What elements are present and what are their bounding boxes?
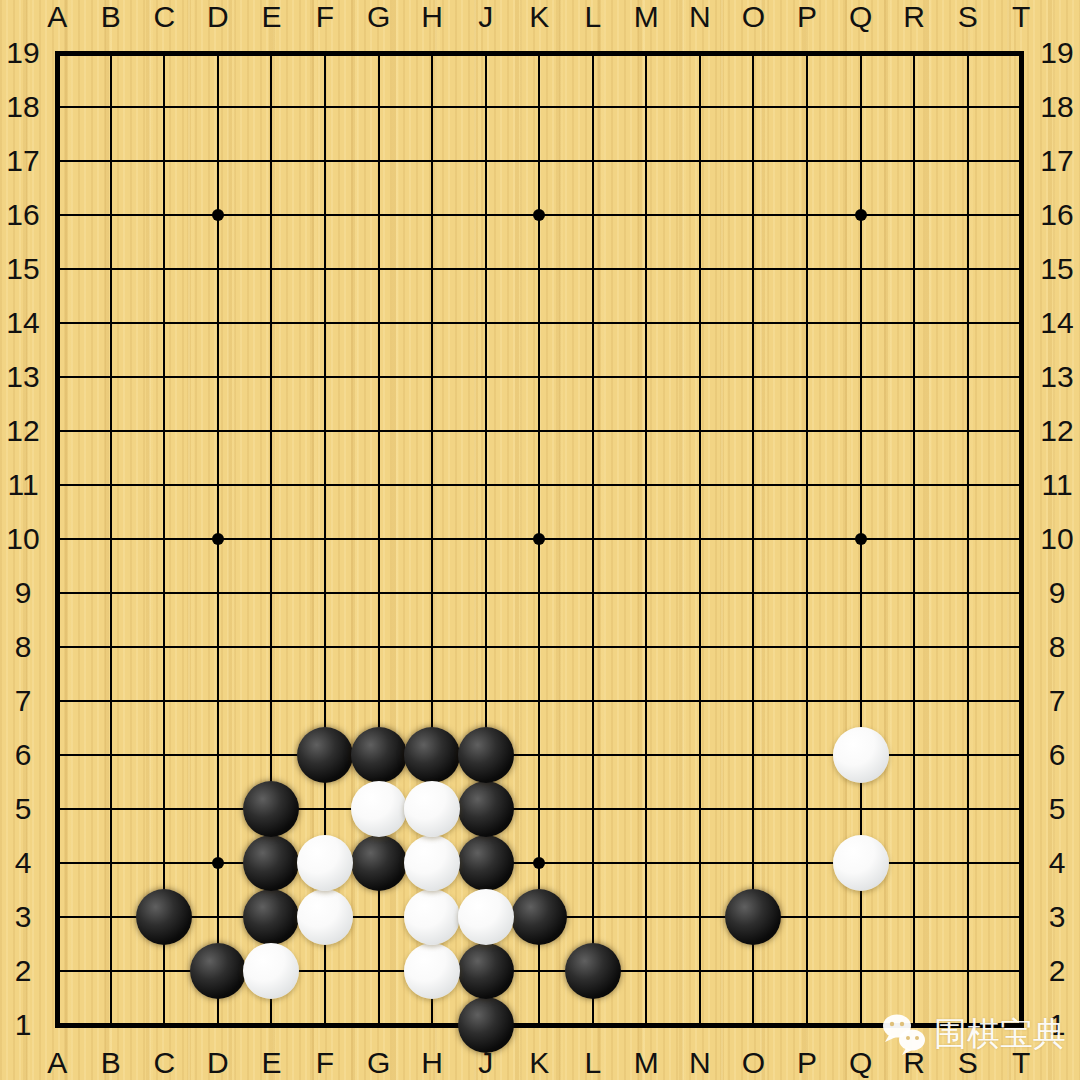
coordinate-label-left: 10 [6,522,39,556]
stone-black-J2[interactable] [458,943,514,999]
coordinate-label-right: 10 [1040,522,1073,556]
coordinate-label-left: 6 [15,738,32,772]
coordinate-label-right: 4 [1049,846,1066,880]
coordinate-label-left: 8 [15,630,32,664]
coordinate-label-top: O [742,0,765,34]
grid-line-horizontal [55,430,1024,432]
stone-black-K3[interactable] [511,889,567,945]
star-point-K4 [533,857,545,869]
star-point-D10 [212,533,224,545]
wechat-icon [880,1013,928,1057]
coordinate-label-left: 5 [15,792,32,826]
coordinate-label-bottom: K [529,1046,549,1080]
grid-line-horizontal [55,646,1024,648]
coordinate-label-top: D [207,0,229,34]
stone-white-F4[interactable] [297,835,353,891]
coordinate-label-bottom: C [153,1046,175,1080]
stone-black-H6[interactable] [404,727,460,783]
grid-line-horizontal [55,592,1024,594]
coordinate-label-bottom: D [207,1046,229,1080]
coordinate-label-left: 2 [15,954,32,988]
coordinate-label-right: 13 [1040,360,1073,394]
coordinate-label-left: 7 [15,684,32,718]
coordinate-label-left: 4 [15,846,32,880]
coordinate-label-right: 2 [1049,954,1066,988]
coordinate-label-top: C [153,0,175,34]
grid-line-horizontal [55,1023,1024,1028]
stone-black-E4[interactable] [243,835,299,891]
coordinate-label-top: A [47,0,67,34]
coordinate-label-top: L [584,0,601,34]
grid-line-horizontal [55,376,1024,378]
stone-white-H2[interactable] [404,943,460,999]
coordinate-label-top: S [958,0,978,34]
coordinate-label-left: 19 [6,36,39,70]
coordinate-label-left: 13 [6,360,39,394]
stone-black-E5[interactable] [243,781,299,837]
stone-white-E2[interactable] [243,943,299,999]
stone-black-G4[interactable] [351,835,407,891]
star-point-K16 [533,209,545,221]
coordinate-label-top: R [903,0,925,34]
coordinate-label-left: 17 [6,144,39,178]
coordinate-label-bottom: O [742,1046,765,1080]
stone-black-J4[interactable] [458,835,514,891]
stone-black-D2[interactable] [190,943,246,999]
coordinate-label-top: T [1012,0,1030,34]
go-app-screenshot: AABBCCDDEEFFGGHHJJKKLLMMNNOOPPQQRRSSTT19… [0,0,1080,1080]
stone-black-E3[interactable] [243,889,299,945]
coordinate-label-right: 16 [1040,198,1073,232]
star-point-Q16 [855,209,867,221]
star-point-K10 [533,533,545,545]
grid-line-horizontal [55,160,1024,162]
grid-line-horizontal [55,808,1024,810]
coordinate-label-left: 12 [6,414,39,448]
coordinate-label-top: K [529,0,549,34]
stone-black-O3[interactable] [725,889,781,945]
coordinate-label-top: N [689,0,711,34]
grid-line-horizontal [55,51,1024,56]
stone-white-H4[interactable] [404,835,460,891]
coordinate-label-right: 6 [1049,738,1066,772]
coordinate-label-bottom: N [689,1046,711,1080]
coordinate-label-left: 14 [6,306,39,340]
coordinate-label-right: 15 [1040,252,1073,286]
coordinate-label-top: G [367,0,390,34]
coordinate-label-left: 11 [7,468,38,502]
stone-black-G6[interactable] [351,727,407,783]
grid-line-horizontal [55,106,1024,108]
coordinate-label-right: 19 [1040,36,1073,70]
coordinate-label-bottom: L [584,1046,601,1080]
grid-line-horizontal [55,484,1024,486]
coordinate-label-right: 14 [1040,306,1073,340]
coordinate-label-right: 18 [1040,90,1073,124]
stone-black-C3[interactable] [136,889,192,945]
coordinate-label-right: 17 [1040,144,1073,178]
stone-white-H5[interactable] [404,781,460,837]
watermark: 围棋宝典 [880,1012,1066,1057]
star-point-Q10 [855,533,867,545]
coordinate-label-right: 9 [1049,576,1066,610]
star-point-D4 [212,857,224,869]
coordinate-label-bottom: F [316,1046,334,1080]
star-point-D16 [212,209,224,221]
coordinate-label-bottom: H [421,1046,443,1080]
coordinate-label-bottom: B [101,1046,121,1080]
stone-black-J5[interactable] [458,781,514,837]
stone-black-J6[interactable] [458,727,514,783]
coordinate-label-top: B [101,0,121,34]
coordinate-label-left: 15 [6,252,39,286]
stone-white-F3[interactable] [297,889,353,945]
coordinate-label-bottom: P [797,1046,817,1080]
coordinate-label-left: 9 [15,576,32,610]
coordinate-label-bottom: M [634,1046,659,1080]
coordinate-label-right: 12 [1040,414,1073,448]
coordinate-label-right: 5 [1049,792,1066,826]
stone-white-G5[interactable] [351,781,407,837]
coordinate-label-left: 3 [15,900,32,934]
coordinate-label-left: 18 [6,90,39,124]
coordinate-label-top: M [634,0,659,34]
coordinate-label-bottom: G [367,1046,390,1080]
stone-white-Q4[interactable] [833,835,889,891]
coordinate-label-bottom: A [47,1046,67,1080]
coordinate-label-bottom: Q [849,1046,872,1080]
coordinate-label-right: 11 [1041,468,1072,502]
coordinate-label-left: 1 [15,1008,32,1042]
grid-line-horizontal [55,268,1024,270]
stone-black-L2[interactable] [565,943,621,999]
stone-white-H3[interactable] [404,889,460,945]
stone-black-J1[interactable] [458,997,514,1053]
coordinate-label-left: 16 [6,198,39,232]
grid-line-horizontal [55,322,1024,324]
coordinate-label-right: 3 [1049,900,1066,934]
watermark-text: 围棋宝典 [934,1012,1066,1057]
coordinate-label-top: F [316,0,334,34]
coordinate-label-top: Q [849,0,872,34]
coordinate-label-top: H [421,0,443,34]
coordinate-label-bottom: E [261,1046,281,1080]
stone-white-J3[interactable] [458,889,514,945]
coordinate-label-right: 7 [1049,684,1066,718]
grid-line-horizontal [55,700,1024,702]
coordinate-label-right: 8 [1049,630,1066,664]
stone-black-F6[interactable] [297,727,353,783]
coordinate-label-top: J [478,0,493,34]
stone-white-Q6[interactable] [833,727,889,783]
coordinate-label-top: P [797,0,817,34]
coordinate-label-top: E [261,0,281,34]
